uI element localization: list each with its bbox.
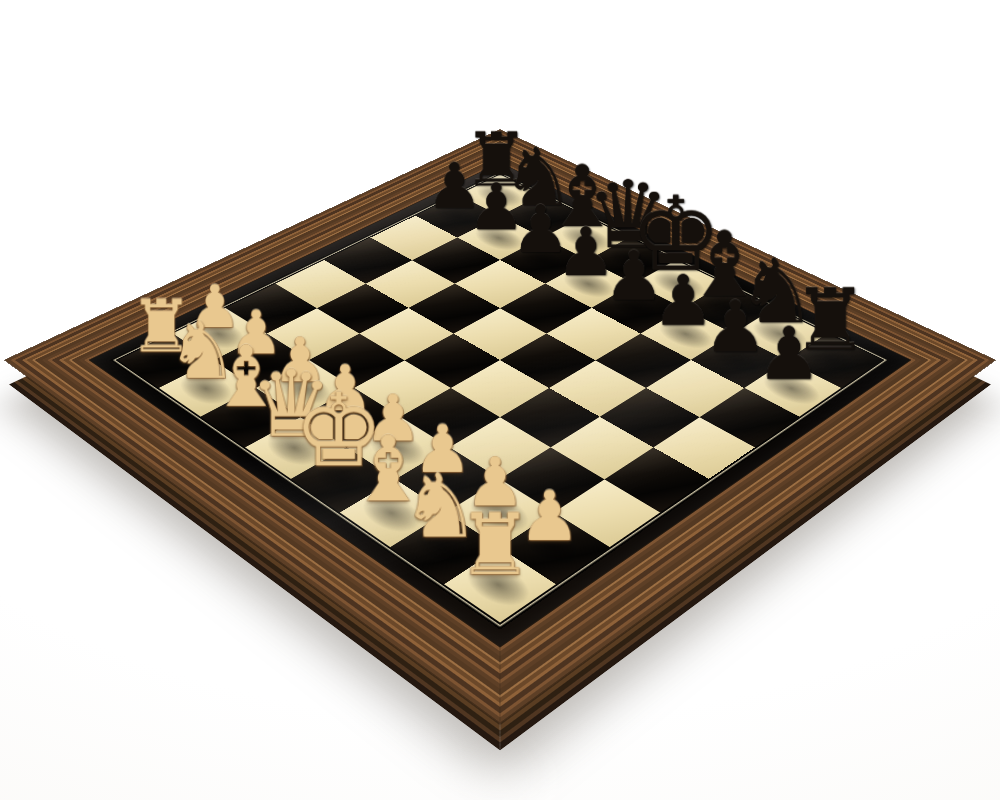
square-f5[interactable] bbox=[549, 360, 647, 417]
white-rook-h1[interactable]: ♜ bbox=[406, 502, 583, 587]
board-top-face: ♜♞♝♛♚♝♞♜♟♟♟♟♟♟♟♟♟♟♟♟♟♟♟♟♜♞♝♛♚♝♞♜ bbox=[5, 130, 995, 723]
chess-board: ♜♞♝♛♚♝♞♜♟♟♟♟♟♟♟♟♟♟♟♟♟♟♟♟♜♞♝♛♚♝♞♜ bbox=[5, 130, 995, 723]
photo-stage: ♜♞♝♛♚♝♞♜♟♟♟♟♟♟♟♟♟♟♟♟♟♟♟♟♜♞♝♛♚♝♞♜ bbox=[0, 0, 1000, 800]
black-pawn-h7[interactable]: ♟ bbox=[712, 318, 866, 391]
scene: ♜♞♝♛♚♝♞♜♟♟♟♟♟♟♟♟♟♟♟♟♟♟♟♟♜♞♝♛♚♝♞♜ bbox=[0, 0, 1000, 800]
